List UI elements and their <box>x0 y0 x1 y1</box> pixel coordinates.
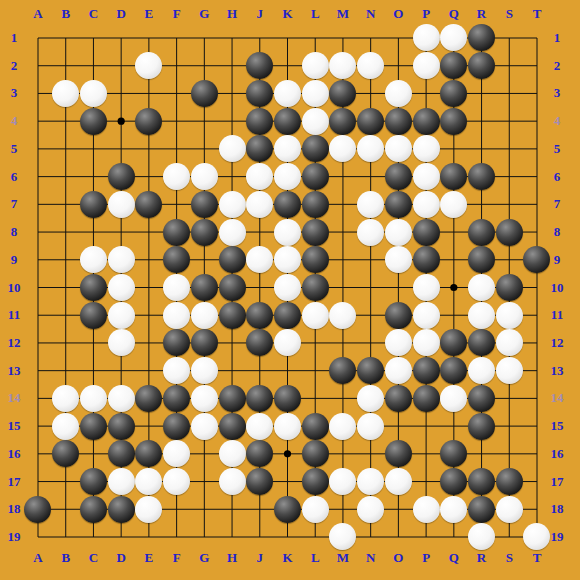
point-C4[interactable] <box>80 107 108 135</box>
point-K2[interactable] <box>274 52 302 80</box>
point-K3[interactable] <box>274 80 302 108</box>
point-J2[interactable] <box>246 52 274 80</box>
point-S1[interactable] <box>495 24 523 52</box>
point-A17[interactable] <box>24 468 52 496</box>
point-G4[interactable] <box>190 107 218 135</box>
point-N18[interactable] <box>357 495 385 523</box>
point-G7[interactable] <box>190 190 218 218</box>
point-A14[interactable] <box>24 385 52 413</box>
point-F4[interactable] <box>163 107 191 135</box>
point-L12[interactable] <box>301 329 329 357</box>
point-E16[interactable] <box>135 440 163 468</box>
point-S9[interactable] <box>495 246 523 274</box>
point-T5[interactable] <box>523 135 551 163</box>
point-A18[interactable] <box>24 495 52 523</box>
point-N16[interactable] <box>357 440 385 468</box>
point-N3[interactable] <box>357 80 385 108</box>
point-E9[interactable] <box>135 246 163 274</box>
point-G11[interactable] <box>190 301 218 329</box>
point-S2[interactable] <box>495 52 523 80</box>
point-T10[interactable] <box>523 274 551 302</box>
point-O9[interactable] <box>385 246 413 274</box>
point-N14[interactable] <box>357 385 385 413</box>
point-P14[interactable] <box>412 385 440 413</box>
point-O19[interactable] <box>385 523 413 551</box>
point-E14[interactable] <box>135 385 163 413</box>
point-L19[interactable] <box>301 523 329 551</box>
point-T15[interactable] <box>523 412 551 440</box>
point-K15[interactable] <box>274 412 302 440</box>
point-Q3[interactable] <box>440 80 468 108</box>
point-J3[interactable] <box>246 80 274 108</box>
point-K17[interactable] <box>274 468 302 496</box>
point-L6[interactable] <box>301 163 329 191</box>
point-E6[interactable] <box>135 163 163 191</box>
point-R12[interactable] <box>468 329 496 357</box>
point-J4[interactable] <box>246 107 274 135</box>
point-N7[interactable] <box>357 190 385 218</box>
point-C3[interactable] <box>80 80 108 108</box>
point-O6[interactable] <box>385 163 413 191</box>
point-N8[interactable] <box>357 218 385 246</box>
point-Q15[interactable] <box>440 412 468 440</box>
point-C6[interactable] <box>80 163 108 191</box>
point-B5[interactable] <box>52 135 80 163</box>
point-Q17[interactable] <box>440 468 468 496</box>
point-E3[interactable] <box>135 80 163 108</box>
point-H6[interactable] <box>218 163 246 191</box>
point-B9[interactable] <box>52 246 80 274</box>
point-L11[interactable] <box>301 301 329 329</box>
point-J5[interactable] <box>246 135 274 163</box>
point-K7[interactable] <box>274 190 302 218</box>
point-C13[interactable] <box>80 357 108 385</box>
point-O8[interactable] <box>385 218 413 246</box>
point-N17[interactable] <box>357 468 385 496</box>
point-T1[interactable] <box>523 24 551 52</box>
point-D5[interactable] <box>107 135 135 163</box>
point-E11[interactable] <box>135 301 163 329</box>
point-S16[interactable] <box>495 440 523 468</box>
point-P4[interactable] <box>412 107 440 135</box>
point-A10[interactable] <box>24 274 52 302</box>
point-N12[interactable] <box>357 329 385 357</box>
point-A3[interactable] <box>24 80 52 108</box>
point-R18[interactable] <box>468 495 496 523</box>
point-M19[interactable] <box>329 523 357 551</box>
point-O3[interactable] <box>385 80 413 108</box>
point-D17[interactable] <box>107 468 135 496</box>
point-Q10[interactable] <box>440 274 468 302</box>
point-C15[interactable] <box>80 412 108 440</box>
point-N4[interactable] <box>357 107 385 135</box>
point-L17[interactable] <box>301 468 329 496</box>
point-J14[interactable] <box>246 385 274 413</box>
point-Q6[interactable] <box>440 163 468 191</box>
point-M7[interactable] <box>329 190 357 218</box>
point-F1[interactable] <box>163 24 191 52</box>
point-F17[interactable] <box>163 468 191 496</box>
point-F6[interactable] <box>163 163 191 191</box>
point-C2[interactable] <box>80 52 108 80</box>
point-M4[interactable] <box>329 107 357 135</box>
point-Q5[interactable] <box>440 135 468 163</box>
point-T12[interactable] <box>523 329 551 357</box>
point-G17[interactable] <box>190 468 218 496</box>
point-J12[interactable] <box>246 329 274 357</box>
point-T13[interactable] <box>523 357 551 385</box>
point-M6[interactable] <box>329 163 357 191</box>
point-G2[interactable] <box>190 52 218 80</box>
point-S18[interactable] <box>495 495 523 523</box>
point-F12[interactable] <box>163 329 191 357</box>
point-F19[interactable] <box>163 523 191 551</box>
point-H13[interactable] <box>218 357 246 385</box>
point-A12[interactable] <box>24 329 52 357</box>
point-G16[interactable] <box>190 440 218 468</box>
point-G1[interactable] <box>190 24 218 52</box>
point-G8[interactable] <box>190 218 218 246</box>
point-T6[interactable] <box>523 163 551 191</box>
point-C5[interactable] <box>80 135 108 163</box>
point-N9[interactable] <box>357 246 385 274</box>
point-K6[interactable] <box>274 163 302 191</box>
point-A11[interactable] <box>24 301 52 329</box>
point-A19[interactable] <box>24 523 52 551</box>
point-J13[interactable] <box>246 357 274 385</box>
point-A4[interactable] <box>24 107 52 135</box>
point-P3[interactable] <box>412 80 440 108</box>
point-G12[interactable] <box>190 329 218 357</box>
point-M1[interactable] <box>329 24 357 52</box>
point-L16[interactable] <box>301 440 329 468</box>
point-G19[interactable] <box>190 523 218 551</box>
point-R10[interactable] <box>468 274 496 302</box>
point-H1[interactable] <box>218 24 246 52</box>
point-L2[interactable] <box>301 52 329 80</box>
point-C7[interactable] <box>80 190 108 218</box>
point-R1[interactable] <box>468 24 496 52</box>
point-P15[interactable] <box>412 412 440 440</box>
point-D16[interactable] <box>107 440 135 468</box>
point-B15[interactable] <box>52 412 80 440</box>
point-R9[interactable] <box>468 246 496 274</box>
point-T7[interactable] <box>523 190 551 218</box>
point-Q9[interactable] <box>440 246 468 274</box>
point-M9[interactable] <box>329 246 357 274</box>
point-B4[interactable] <box>52 107 80 135</box>
point-S6[interactable] <box>495 163 523 191</box>
point-K4[interactable] <box>274 107 302 135</box>
point-K12[interactable] <box>274 329 302 357</box>
point-R15[interactable] <box>468 412 496 440</box>
point-M11[interactable] <box>329 301 357 329</box>
point-B10[interactable] <box>52 274 80 302</box>
point-E5[interactable] <box>135 135 163 163</box>
point-M17[interactable] <box>329 468 357 496</box>
point-Q11[interactable] <box>440 301 468 329</box>
point-Q8[interactable] <box>440 218 468 246</box>
point-R11[interactable] <box>468 301 496 329</box>
point-M13[interactable] <box>329 357 357 385</box>
point-G9[interactable] <box>190 246 218 274</box>
point-T3[interactable] <box>523 80 551 108</box>
point-H11[interactable] <box>218 301 246 329</box>
point-M3[interactable] <box>329 80 357 108</box>
point-F9[interactable] <box>163 246 191 274</box>
point-H4[interactable] <box>218 107 246 135</box>
point-A9[interactable] <box>24 246 52 274</box>
point-S13[interactable] <box>495 357 523 385</box>
point-F5[interactable] <box>163 135 191 163</box>
point-C8[interactable] <box>80 218 108 246</box>
point-S11[interactable] <box>495 301 523 329</box>
point-G18[interactable] <box>190 495 218 523</box>
point-D3[interactable] <box>107 80 135 108</box>
point-L3[interactable] <box>301 80 329 108</box>
point-K19[interactable] <box>274 523 302 551</box>
point-D9[interactable] <box>107 246 135 274</box>
point-J15[interactable] <box>246 412 274 440</box>
point-G13[interactable] <box>190 357 218 385</box>
point-Q13[interactable] <box>440 357 468 385</box>
point-D2[interactable] <box>107 52 135 80</box>
point-R7[interactable] <box>468 190 496 218</box>
point-N13[interactable] <box>357 357 385 385</box>
point-M8[interactable] <box>329 218 357 246</box>
point-R4[interactable] <box>468 107 496 135</box>
point-S5[interactable] <box>495 135 523 163</box>
point-J8[interactable] <box>246 218 274 246</box>
point-S15[interactable] <box>495 412 523 440</box>
point-T11[interactable] <box>523 301 551 329</box>
point-A2[interactable] <box>24 52 52 80</box>
point-P19[interactable] <box>412 523 440 551</box>
point-F2[interactable] <box>163 52 191 80</box>
point-L1[interactable] <box>301 24 329 52</box>
point-M14[interactable] <box>329 385 357 413</box>
point-T2[interactable] <box>523 52 551 80</box>
point-E10[interactable] <box>135 274 163 302</box>
point-E18[interactable] <box>135 495 163 523</box>
point-P6[interactable] <box>412 163 440 191</box>
point-M16[interactable] <box>329 440 357 468</box>
point-J10[interactable] <box>246 274 274 302</box>
point-S4[interactable] <box>495 107 523 135</box>
point-O16[interactable] <box>385 440 413 468</box>
point-A16[interactable] <box>24 440 52 468</box>
point-Q16[interactable] <box>440 440 468 468</box>
point-D11[interactable] <box>107 301 135 329</box>
point-D10[interactable] <box>107 274 135 302</box>
point-H16[interactable] <box>218 440 246 468</box>
point-H10[interactable] <box>218 274 246 302</box>
point-H15[interactable] <box>218 412 246 440</box>
point-K18[interactable] <box>274 495 302 523</box>
point-P13[interactable] <box>412 357 440 385</box>
point-T4[interactable] <box>523 107 551 135</box>
point-P9[interactable] <box>412 246 440 274</box>
point-R17[interactable] <box>468 468 496 496</box>
point-C1[interactable] <box>80 24 108 52</box>
point-P5[interactable] <box>412 135 440 163</box>
point-P8[interactable] <box>412 218 440 246</box>
point-O10[interactable] <box>385 274 413 302</box>
point-G14[interactable] <box>190 385 218 413</box>
point-R8[interactable] <box>468 218 496 246</box>
point-O18[interactable] <box>385 495 413 523</box>
point-B6[interactable] <box>52 163 80 191</box>
point-N15[interactable] <box>357 412 385 440</box>
point-D13[interactable] <box>107 357 135 385</box>
point-T14[interactable] <box>523 385 551 413</box>
point-B8[interactable] <box>52 218 80 246</box>
point-P7[interactable] <box>412 190 440 218</box>
point-K5[interactable] <box>274 135 302 163</box>
point-H9[interactable] <box>218 246 246 274</box>
point-H19[interactable] <box>218 523 246 551</box>
point-H18[interactable] <box>218 495 246 523</box>
point-P2[interactable] <box>412 52 440 80</box>
point-B14[interactable] <box>52 385 80 413</box>
point-O2[interactable] <box>385 52 413 80</box>
point-M5[interactable] <box>329 135 357 163</box>
point-C9[interactable] <box>80 246 108 274</box>
point-R3[interactable] <box>468 80 496 108</box>
point-D8[interactable] <box>107 218 135 246</box>
point-C10[interactable] <box>80 274 108 302</box>
point-L14[interactable] <box>301 385 329 413</box>
point-K10[interactable] <box>274 274 302 302</box>
point-N1[interactable] <box>357 24 385 52</box>
point-H17[interactable] <box>218 468 246 496</box>
point-B12[interactable] <box>52 329 80 357</box>
point-E13[interactable] <box>135 357 163 385</box>
point-E19[interactable] <box>135 523 163 551</box>
point-K14[interactable] <box>274 385 302 413</box>
point-N6[interactable] <box>357 163 385 191</box>
point-S12[interactable] <box>495 329 523 357</box>
point-C17[interactable] <box>80 468 108 496</box>
point-A1[interactable] <box>24 24 52 52</box>
point-K13[interactable] <box>274 357 302 385</box>
point-D19[interactable] <box>107 523 135 551</box>
point-D4[interactable] <box>107 107 135 135</box>
point-O14[interactable] <box>385 385 413 413</box>
point-R6[interactable] <box>468 163 496 191</box>
point-C19[interactable] <box>80 523 108 551</box>
point-H12[interactable] <box>218 329 246 357</box>
point-Q19[interactable] <box>440 523 468 551</box>
point-J1[interactable] <box>246 24 274 52</box>
point-B1[interactable] <box>52 24 80 52</box>
point-B19[interactable] <box>52 523 80 551</box>
point-K1[interactable] <box>274 24 302 52</box>
point-G10[interactable] <box>190 274 218 302</box>
point-H2[interactable] <box>218 52 246 80</box>
point-N11[interactable] <box>357 301 385 329</box>
point-T8[interactable] <box>523 218 551 246</box>
point-H5[interactable] <box>218 135 246 163</box>
point-D12[interactable] <box>107 329 135 357</box>
point-H14[interactable] <box>218 385 246 413</box>
point-Q7[interactable] <box>440 190 468 218</box>
point-J19[interactable] <box>246 523 274 551</box>
point-P1[interactable] <box>412 24 440 52</box>
point-O12[interactable] <box>385 329 413 357</box>
point-C16[interactable] <box>80 440 108 468</box>
point-L7[interactable] <box>301 190 329 218</box>
point-K8[interactable] <box>274 218 302 246</box>
point-N10[interactable] <box>357 274 385 302</box>
point-S19[interactable] <box>495 523 523 551</box>
point-P16[interactable] <box>412 440 440 468</box>
point-B16[interactable] <box>52 440 80 468</box>
point-O7[interactable] <box>385 190 413 218</box>
point-S14[interactable] <box>495 385 523 413</box>
point-A5[interactable] <box>24 135 52 163</box>
point-P18[interactable] <box>412 495 440 523</box>
point-G15[interactable] <box>190 412 218 440</box>
point-H3[interactable] <box>218 80 246 108</box>
point-A15[interactable] <box>24 412 52 440</box>
point-E12[interactable] <box>135 329 163 357</box>
point-Q18[interactable] <box>440 495 468 523</box>
point-D14[interactable] <box>107 385 135 413</box>
point-T16[interactable] <box>523 440 551 468</box>
point-N5[interactable] <box>357 135 385 163</box>
point-R14[interactable] <box>468 385 496 413</box>
point-R5[interactable] <box>468 135 496 163</box>
point-G3[interactable] <box>190 80 218 108</box>
point-J6[interactable] <box>246 163 274 191</box>
point-B18[interactable] <box>52 495 80 523</box>
point-O5[interactable] <box>385 135 413 163</box>
point-F14[interactable] <box>163 385 191 413</box>
point-S7[interactable] <box>495 190 523 218</box>
point-O4[interactable] <box>385 107 413 135</box>
point-F8[interactable] <box>163 218 191 246</box>
point-H8[interactable] <box>218 218 246 246</box>
point-R19[interactable] <box>468 523 496 551</box>
point-B11[interactable] <box>52 301 80 329</box>
point-M10[interactable] <box>329 274 357 302</box>
point-G5[interactable] <box>190 135 218 163</box>
point-L4[interactable] <box>301 107 329 135</box>
point-M12[interactable] <box>329 329 357 357</box>
point-T18[interactable] <box>523 495 551 523</box>
point-R2[interactable] <box>468 52 496 80</box>
point-T19[interactable] <box>523 523 551 551</box>
point-B17[interactable] <box>52 468 80 496</box>
point-F7[interactable] <box>163 190 191 218</box>
point-F11[interactable] <box>163 301 191 329</box>
point-J7[interactable] <box>246 190 274 218</box>
point-D18[interactable] <box>107 495 135 523</box>
point-E1[interactable] <box>135 24 163 52</box>
point-E17[interactable] <box>135 468 163 496</box>
point-O17[interactable] <box>385 468 413 496</box>
point-J11[interactable] <box>246 301 274 329</box>
point-F10[interactable] <box>163 274 191 302</box>
point-T9[interactable] <box>523 246 551 274</box>
point-F16[interactable] <box>163 440 191 468</box>
point-L15[interactable] <box>301 412 329 440</box>
point-C14[interactable] <box>80 385 108 413</box>
point-Q1[interactable] <box>440 24 468 52</box>
point-F15[interactable] <box>163 412 191 440</box>
point-T17[interactable] <box>523 468 551 496</box>
